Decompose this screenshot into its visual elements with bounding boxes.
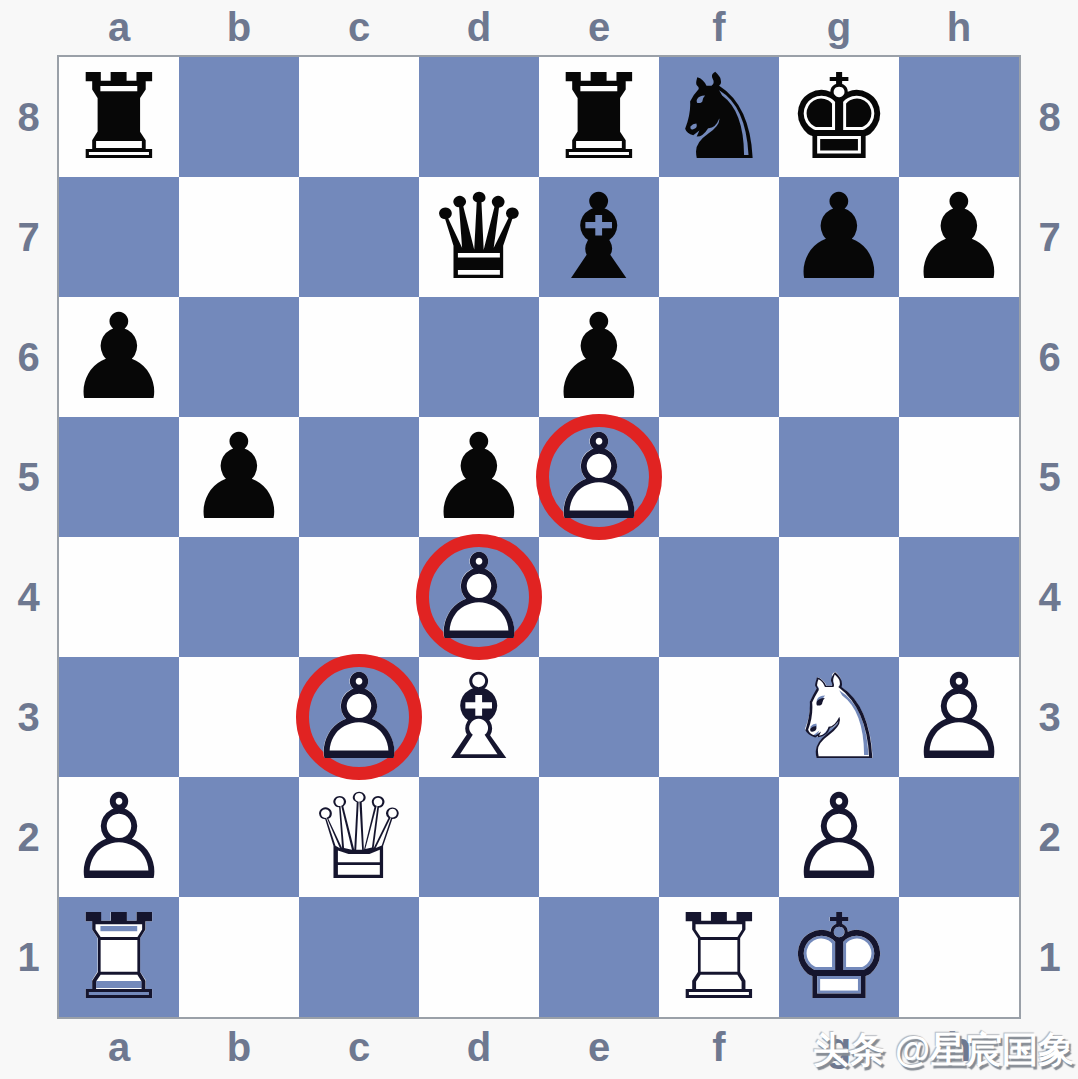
white-queen: ♛♕ bbox=[299, 777, 419, 897]
piece-fill-glyph: ♞ bbox=[786, 658, 892, 776]
piece-glyph: ♜ bbox=[66, 58, 172, 176]
square-b5[interactable]: ♟ bbox=[179, 417, 299, 537]
piece-glyph: ♜ bbox=[546, 58, 652, 176]
rank-label-left-1: 1 bbox=[0, 897, 57, 1017]
square-e4[interactable] bbox=[539, 537, 659, 657]
black-pawn: ♟ bbox=[899, 177, 1019, 297]
square-e1[interactable] bbox=[539, 897, 659, 1017]
file-label-bottom-d: d bbox=[419, 1019, 539, 1075]
square-f6[interactable] bbox=[659, 297, 779, 417]
black-pawn: ♟ bbox=[419, 417, 539, 537]
piece-glyph: ♟ bbox=[906, 178, 1012, 296]
rank-label-right-3: 3 bbox=[1021, 657, 1078, 777]
piece-fill-glyph: ♜ bbox=[66, 898, 172, 1016]
square-d5[interactable]: ♟ bbox=[419, 417, 539, 537]
rank-label-right-2: 2 bbox=[1021, 777, 1078, 897]
watermark: 头条 @星宸国象 bbox=[813, 1026, 1074, 1075]
square-h5[interactable] bbox=[899, 417, 1019, 537]
piece-fill-glyph: ♝ bbox=[426, 658, 532, 776]
black-rook: ♜ bbox=[539, 57, 659, 177]
white-bishop: ♝♗ bbox=[419, 657, 539, 777]
black-rook: ♜ bbox=[59, 57, 179, 177]
square-g7[interactable]: ♟ bbox=[779, 177, 899, 297]
rank-labels-left: 87654321 bbox=[0, 57, 57, 1017]
piece-glyph: ♞ bbox=[666, 58, 772, 176]
square-f1[interactable]: ♜♖ bbox=[659, 897, 779, 1017]
square-f7[interactable] bbox=[659, 177, 779, 297]
black-king: ♚ bbox=[779, 57, 899, 177]
square-d1[interactable] bbox=[419, 897, 539, 1017]
square-c3[interactable]: ♟♙ bbox=[299, 657, 419, 777]
square-g2[interactable]: ♟♙ bbox=[779, 777, 899, 897]
square-h2[interactable] bbox=[899, 777, 1019, 897]
white-knight: ♞♘ bbox=[779, 657, 899, 777]
chess-board[interactable]: ♜♜♞♚♛♝♟♟♟♟♟♟♟♙♟♙♟♙♝♗♞♘♟♙♟♙♛♕♟♙♜♖♜♖♚♔ bbox=[59, 57, 1019, 1017]
square-d8[interactable] bbox=[419, 57, 539, 177]
file-label-top-g: g bbox=[779, 0, 899, 55]
square-b4[interactable] bbox=[179, 537, 299, 657]
rank-label-left-3: 3 bbox=[0, 657, 57, 777]
rank-label-left-7: 7 bbox=[0, 177, 57, 297]
black-pawn: ♟ bbox=[539, 297, 659, 417]
square-b8[interactable] bbox=[179, 57, 299, 177]
rank-labels-right: 87654321 bbox=[1021, 57, 1078, 1017]
piece-glyph: ♟ bbox=[426, 418, 532, 536]
square-f8[interactable]: ♞ bbox=[659, 57, 779, 177]
square-c2[interactable]: ♛♕ bbox=[299, 777, 419, 897]
square-b3[interactable] bbox=[179, 657, 299, 777]
square-g6[interactable] bbox=[779, 297, 899, 417]
square-h6[interactable] bbox=[899, 297, 1019, 417]
file-label-top-a: a bbox=[59, 0, 179, 55]
piece-glyph: ♟ bbox=[66, 298, 172, 416]
square-a8[interactable]: ♜ bbox=[59, 57, 179, 177]
white-rook: ♜♖ bbox=[659, 897, 779, 1017]
black-pawn: ♟ bbox=[179, 417, 299, 537]
square-a4[interactable] bbox=[59, 537, 179, 657]
file-label-bottom-b: b bbox=[179, 1019, 299, 1075]
square-c7[interactable] bbox=[299, 177, 419, 297]
highlight-circle bbox=[416, 534, 542, 660]
highlight-circle bbox=[296, 654, 422, 780]
piece-fill-glyph: ♟ bbox=[66, 778, 172, 896]
piece-outline-glyph: ♘ bbox=[786, 658, 892, 776]
file-label-top-e: e bbox=[539, 0, 659, 55]
square-c8[interactable] bbox=[299, 57, 419, 177]
square-a1[interactable]: ♜♖ bbox=[59, 897, 179, 1017]
file-label-bottom-a: a bbox=[59, 1019, 179, 1075]
file-label-top-c: c bbox=[299, 0, 419, 55]
square-c1[interactable] bbox=[299, 897, 419, 1017]
square-g1[interactable]: ♚♔ bbox=[779, 897, 899, 1017]
white-pawn: ♟♙ bbox=[899, 657, 1019, 777]
square-e3[interactable] bbox=[539, 657, 659, 777]
square-a6[interactable]: ♟ bbox=[59, 297, 179, 417]
piece-fill-glyph: ♚ bbox=[786, 898, 892, 1016]
piece-glyph: ♚ bbox=[786, 58, 892, 176]
square-h1[interactable] bbox=[899, 897, 1019, 1017]
square-f3[interactable] bbox=[659, 657, 779, 777]
piece-outline-glyph: ♙ bbox=[906, 658, 1012, 776]
square-e7[interactable]: ♝ bbox=[539, 177, 659, 297]
square-e8[interactable]: ♜ bbox=[539, 57, 659, 177]
piece-outline-glyph: ♖ bbox=[666, 898, 772, 1016]
rank-label-left-2: 2 bbox=[0, 777, 57, 897]
piece-glyph: ♟ bbox=[786, 178, 892, 296]
black-bishop: ♝ bbox=[539, 177, 659, 297]
square-e5[interactable]: ♟♙ bbox=[539, 417, 659, 537]
square-h4[interactable] bbox=[899, 537, 1019, 657]
square-f4[interactable] bbox=[659, 537, 779, 657]
piece-fill-glyph: ♟ bbox=[786, 778, 892, 896]
square-c6[interactable] bbox=[299, 297, 419, 417]
piece-glyph: ♛ bbox=[426, 178, 532, 296]
square-g3[interactable]: ♞♘ bbox=[779, 657, 899, 777]
piece-outline-glyph: ♙ bbox=[66, 778, 172, 896]
square-a7[interactable] bbox=[59, 177, 179, 297]
black-queen: ♛ bbox=[419, 177, 539, 297]
square-d3[interactable]: ♝♗ bbox=[419, 657, 539, 777]
square-b1[interactable] bbox=[179, 897, 299, 1017]
square-c4[interactable] bbox=[299, 537, 419, 657]
file-label-bottom-c: c bbox=[299, 1019, 419, 1075]
square-a5[interactable] bbox=[59, 417, 179, 537]
black-knight: ♞ bbox=[659, 57, 779, 177]
black-pawn: ♟ bbox=[779, 177, 899, 297]
rank-label-left-5: 5 bbox=[0, 417, 57, 537]
white-king: ♚♔ bbox=[779, 897, 899, 1017]
square-h3[interactable]: ♟♙ bbox=[899, 657, 1019, 777]
piece-glyph: ♝ bbox=[546, 178, 652, 296]
file-label-top-f: f bbox=[659, 0, 779, 55]
rank-label-right-8: 8 bbox=[1021, 57, 1078, 177]
square-c5[interactable] bbox=[299, 417, 419, 537]
square-d6[interactable] bbox=[419, 297, 539, 417]
piece-glyph: ♟ bbox=[186, 418, 292, 536]
file-label-top-d: d bbox=[419, 0, 539, 55]
piece-fill-glyph: ♜ bbox=[666, 898, 772, 1016]
square-d4[interactable]: ♟♙ bbox=[419, 537, 539, 657]
square-d7[interactable]: ♛ bbox=[419, 177, 539, 297]
black-pawn: ♟ bbox=[59, 297, 179, 417]
white-pawn: ♟♙ bbox=[779, 777, 899, 897]
rank-label-right-1: 1 bbox=[1021, 897, 1078, 1017]
white-pawn: ♟♙ bbox=[59, 777, 179, 897]
square-g4[interactable] bbox=[779, 537, 899, 657]
piece-glyph: ♟ bbox=[546, 298, 652, 416]
square-b2[interactable] bbox=[179, 777, 299, 897]
square-g8[interactable]: ♚ bbox=[779, 57, 899, 177]
file-labels-top: abcdefgh bbox=[59, 0, 1019, 55]
piece-fill-glyph: ♟ bbox=[906, 658, 1012, 776]
rank-label-left-8: 8 bbox=[0, 57, 57, 177]
rank-label-right-4: 4 bbox=[1021, 537, 1078, 657]
piece-outline-glyph: ♙ bbox=[786, 778, 892, 896]
square-a2[interactable]: ♟♙ bbox=[59, 777, 179, 897]
square-e6[interactable]: ♟ bbox=[539, 297, 659, 417]
file-label-top-h: h bbox=[899, 0, 1019, 55]
rank-label-left-4: 4 bbox=[0, 537, 57, 657]
piece-outline-glyph: ♕ bbox=[306, 778, 412, 896]
white-rook: ♜♖ bbox=[59, 897, 179, 1017]
square-b7[interactable] bbox=[179, 177, 299, 297]
square-h8[interactable] bbox=[899, 57, 1019, 177]
rank-label-left-6: 6 bbox=[0, 297, 57, 417]
square-h7[interactable]: ♟ bbox=[899, 177, 1019, 297]
rank-label-right-6: 6 bbox=[1021, 297, 1078, 417]
piece-outline-glyph: ♖ bbox=[66, 898, 172, 1016]
square-f2[interactable] bbox=[659, 777, 779, 897]
rank-label-right-7: 7 bbox=[1021, 177, 1078, 297]
piece-outline-glyph: ♔ bbox=[786, 898, 892, 1016]
watermark-text: 头条 @星宸国象 bbox=[813, 1029, 1074, 1070]
chess-diagram-page: abcdefgh ♜♜♞♚♛♝♟♟♟♟♟♟♟♙♟♙♟♙♝♗♞♘♟♙♟♙♛♕♟♙♜… bbox=[0, 0, 1078, 1079]
highlight-circle bbox=[536, 414, 662, 540]
piece-fill-glyph: ♛ bbox=[306, 778, 412, 896]
square-e2[interactable] bbox=[539, 777, 659, 897]
file-label-top-b: b bbox=[179, 0, 299, 55]
file-label-bottom-f: f bbox=[659, 1019, 779, 1075]
square-a3[interactable] bbox=[59, 657, 179, 777]
file-label-bottom-e: e bbox=[539, 1019, 659, 1075]
square-d2[interactable] bbox=[419, 777, 539, 897]
square-g5[interactable] bbox=[779, 417, 899, 537]
piece-outline-glyph: ♗ bbox=[426, 658, 532, 776]
square-b6[interactable] bbox=[179, 297, 299, 417]
square-f5[interactable] bbox=[659, 417, 779, 537]
rank-label-right-5: 5 bbox=[1021, 417, 1078, 537]
